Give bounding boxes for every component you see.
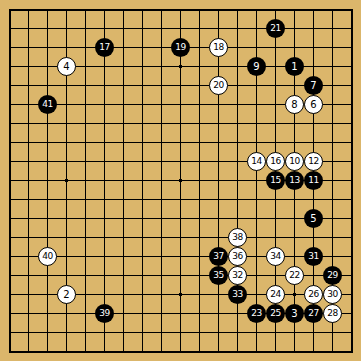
stone-white-40[interactable]: 40 — [38, 247, 57, 266]
stone-black-9[interactable]: 9 — [247, 57, 266, 76]
stone-black-29[interactable]: 29 — [323, 266, 342, 285]
stone-white-10[interactable]: 10 — [285, 152, 304, 171]
stone-white-24[interactable]: 24 — [266, 285, 285, 304]
stone-black-7[interactable]: 7 — [304, 76, 323, 95]
stone-black-37[interactable]: 37 — [209, 247, 228, 266]
stone-black-21[interactable]: 21 — [266, 19, 285, 38]
stone-black-25[interactable]: 25 — [266, 304, 285, 323]
stone-white-16[interactable]: 16 — [266, 152, 285, 171]
stone-white-8[interactable]: 8 — [285, 95, 304, 114]
stone-white-6[interactable]: 6 — [304, 95, 323, 114]
stone-white-30[interactable]: 30 — [323, 285, 342, 304]
stones-layer: 1234567891011121314151617181920212223242… — [0, 0, 361, 361]
stone-black-33[interactable]: 33 — [228, 285, 247, 304]
stone-black-41[interactable]: 41 — [38, 95, 57, 114]
stone-white-28[interactable]: 28 — [323, 304, 342, 323]
stone-white-20[interactable]: 20 — [209, 76, 228, 95]
stone-black-39[interactable]: 39 — [95, 304, 114, 323]
stone-white-34[interactable]: 34 — [266, 247, 285, 266]
stone-white-36[interactable]: 36 — [228, 247, 247, 266]
stone-white-38[interactable]: 38 — [228, 228, 247, 247]
stone-white-4[interactable]: 4 — [57, 57, 76, 76]
stone-black-19[interactable]: 19 — [171, 38, 190, 57]
stone-white-32[interactable]: 32 — [228, 266, 247, 285]
stone-black-13[interactable]: 13 — [285, 171, 304, 190]
stone-white-14[interactable]: 14 — [247, 152, 266, 171]
stone-black-35[interactable]: 35 — [209, 266, 228, 285]
stone-black-3[interactable]: 3 — [285, 304, 304, 323]
stone-black-27[interactable]: 27 — [304, 304, 323, 323]
stone-white-26[interactable]: 26 — [304, 285, 323, 304]
stone-white-2[interactable]: 2 — [57, 285, 76, 304]
stone-black-11[interactable]: 11 — [304, 171, 323, 190]
stone-black-5[interactable]: 5 — [304, 209, 323, 228]
stone-white-18[interactable]: 18 — [209, 38, 228, 57]
stone-black-17[interactable]: 17 — [95, 38, 114, 57]
stone-black-1[interactable]: 1 — [285, 57, 304, 76]
stone-black-31[interactable]: 31 — [304, 247, 323, 266]
stone-white-22[interactable]: 22 — [285, 266, 304, 285]
stone-white-12[interactable]: 12 — [304, 152, 323, 171]
stone-black-15[interactable]: 15 — [266, 171, 285, 190]
stone-black-23[interactable]: 23 — [247, 304, 266, 323]
go-board[interactable]: 1234567891011121314151617181920212223242… — [0, 0, 361, 361]
